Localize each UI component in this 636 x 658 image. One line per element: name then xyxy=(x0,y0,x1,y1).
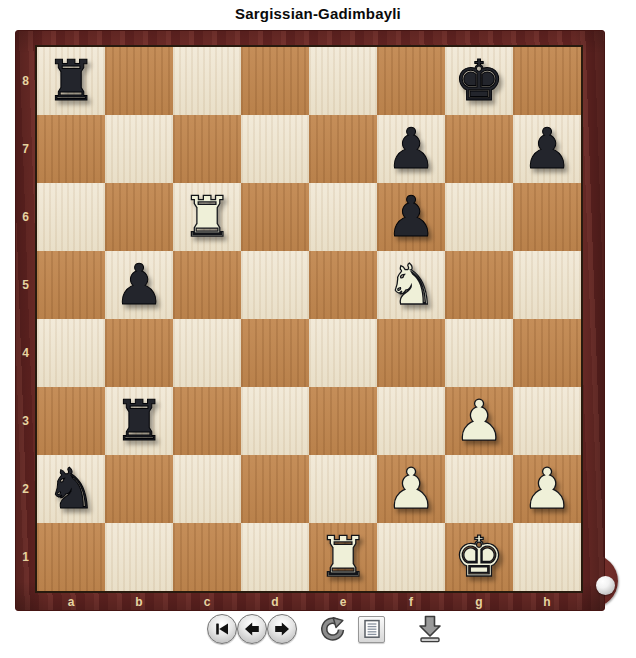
file-label-e: e xyxy=(309,595,377,611)
file-label-d: d xyxy=(241,595,309,611)
square-b4[interactable] xyxy=(105,319,173,387)
black-pawn[interactable]: ♟ xyxy=(386,183,436,251)
square-c2[interactable] xyxy=(173,455,241,523)
white-pawn[interactable]: ♟ xyxy=(522,455,572,523)
black-rook[interactable]: ♜ xyxy=(46,47,96,115)
arrow-right-icon xyxy=(272,619,292,639)
square-h6[interactable] xyxy=(513,183,581,251)
square-g6[interactable] xyxy=(445,183,513,251)
square-d8[interactable] xyxy=(241,47,309,115)
board-frame: ♜♚♟♟♜♟♟♞♜♟♞♟♟♜♚ 87654321 abcdefgh xyxy=(15,30,605,611)
square-f4[interactable] xyxy=(377,319,445,387)
square-f6[interactable]: ♟ xyxy=(377,183,445,251)
arrow-left-icon xyxy=(242,619,262,639)
square-h2[interactable]: ♟ xyxy=(513,455,581,523)
square-b3[interactable]: ♜ xyxy=(105,387,173,455)
navigation-controls xyxy=(207,612,445,646)
square-e2[interactable] xyxy=(309,455,377,523)
square-e4[interactable] xyxy=(309,319,377,387)
square-h1[interactable] xyxy=(513,523,581,591)
square-d2[interactable] xyxy=(241,455,309,523)
square-g7[interactable] xyxy=(445,115,513,183)
rank-label-7: 7 xyxy=(16,115,35,183)
white-rook[interactable]: ♜ xyxy=(318,523,368,591)
rank-label-1: 1 xyxy=(16,523,35,591)
rank-label-8: 8 xyxy=(16,47,35,115)
square-f1[interactable] xyxy=(377,523,445,591)
square-c6[interactable]: ♜ xyxy=(173,183,241,251)
square-h3[interactable] xyxy=(513,387,581,455)
square-h4[interactable] xyxy=(513,319,581,387)
square-a8[interactable]: ♜ xyxy=(37,47,105,115)
square-d3[interactable] xyxy=(241,387,309,455)
square-a1[interactable] xyxy=(37,523,105,591)
skip-to-start-icon xyxy=(212,619,232,639)
square-c4[interactable] xyxy=(173,319,241,387)
square-g3[interactable]: ♟ xyxy=(445,387,513,455)
square-g2[interactable] xyxy=(445,455,513,523)
white-rook[interactable]: ♜ xyxy=(182,183,232,251)
square-d7[interactable] xyxy=(241,115,309,183)
square-b2[interactable] xyxy=(105,455,173,523)
square-b7[interactable] xyxy=(105,115,173,183)
square-a6[interactable] xyxy=(37,183,105,251)
file-label-f: f xyxy=(377,595,445,611)
square-c7[interactable] xyxy=(173,115,241,183)
square-h8[interactable] xyxy=(513,47,581,115)
board-squares-area: ♜♚♟♟♜♟♟♞♜♟♞♟♟♜♚ xyxy=(35,45,583,593)
file-label-g: g xyxy=(445,595,513,611)
square-a5[interactable] xyxy=(37,251,105,319)
square-g4[interactable] xyxy=(445,319,513,387)
square-b6[interactable] xyxy=(105,183,173,251)
square-g1[interactable]: ♚ xyxy=(445,523,513,591)
square-f8[interactable] xyxy=(377,47,445,115)
square-e3[interactable] xyxy=(309,387,377,455)
previous-move-button[interactable] xyxy=(237,614,267,644)
square-f3[interactable] xyxy=(377,387,445,455)
download-button[interactable] xyxy=(415,614,445,644)
square-a7[interactable] xyxy=(37,115,105,183)
square-a3[interactable] xyxy=(37,387,105,455)
square-c3[interactable] xyxy=(173,387,241,455)
rank-label-6: 6 xyxy=(16,183,35,251)
next-move-button[interactable] xyxy=(267,614,297,644)
square-c8[interactable] xyxy=(173,47,241,115)
rank-label-3: 3 xyxy=(16,387,35,455)
square-b1[interactable] xyxy=(105,523,173,591)
white-pawn[interactable]: ♟ xyxy=(386,455,436,523)
file-label-c: c xyxy=(173,595,241,611)
chess-board: ♜♚♟♟♜♟♟♞♜♟♞♟♟♜♚ 87654321 abcdefgh xyxy=(15,30,635,614)
square-f2[interactable]: ♟ xyxy=(377,455,445,523)
rank-label-5: 5 xyxy=(16,251,35,319)
square-d5[interactable] xyxy=(241,251,309,319)
download-arrow-icon xyxy=(415,614,445,644)
square-c1[interactable] xyxy=(173,523,241,591)
square-c5[interactable] xyxy=(173,251,241,319)
square-a4[interactable] xyxy=(37,319,105,387)
rank-label-2: 2 xyxy=(16,455,35,523)
square-g5[interactable] xyxy=(445,251,513,319)
flip-board-button[interactable] xyxy=(319,616,346,643)
square-e8[interactable] xyxy=(309,47,377,115)
go-to-start-button[interactable] xyxy=(207,614,237,644)
rotate-arrow-icon xyxy=(319,616,346,643)
square-f5[interactable]: ♞ xyxy=(377,251,445,319)
black-pawn[interactable]: ♟ xyxy=(386,115,436,183)
square-e5[interactable] xyxy=(309,251,377,319)
square-d6[interactable] xyxy=(241,183,309,251)
square-f7[interactable]: ♟ xyxy=(377,115,445,183)
square-b8[interactable] xyxy=(105,47,173,115)
black-pawn[interactable]: ♟ xyxy=(522,115,572,183)
square-e7[interactable] xyxy=(309,115,377,183)
file-label-b: b xyxy=(105,595,173,611)
white-king[interactable]: ♚ xyxy=(454,523,504,591)
square-h5[interactable] xyxy=(513,251,581,319)
white-to-move-ball xyxy=(596,576,615,595)
square-e6[interactable] xyxy=(309,183,377,251)
show-notation-button[interactable] xyxy=(358,616,385,643)
black-rook[interactable]: ♜ xyxy=(114,387,164,455)
rank-label-4: 4 xyxy=(16,319,35,387)
square-g8[interactable]: ♚ xyxy=(445,47,513,115)
square-e1[interactable]: ♜ xyxy=(309,523,377,591)
game-title: Sargissian-Gadimbayli xyxy=(0,5,636,22)
square-h7[interactable]: ♟ xyxy=(513,115,581,183)
document-icon xyxy=(361,618,383,640)
file-label-h: h xyxy=(513,595,581,611)
white-knight[interactable]: ♞ xyxy=(386,251,436,319)
black-pawn[interactable]: ♟ xyxy=(114,251,164,319)
square-d4[interactable] xyxy=(241,319,309,387)
square-d1[interactable] xyxy=(241,523,309,591)
square-b5[interactable]: ♟ xyxy=(105,251,173,319)
black-king[interactable]: ♚ xyxy=(454,47,504,115)
black-knight[interactable]: ♞ xyxy=(46,455,96,523)
white-pawn[interactable]: ♟ xyxy=(454,387,504,455)
square-a2[interactable]: ♞ xyxy=(37,455,105,523)
file-label-a: a xyxy=(37,595,105,611)
